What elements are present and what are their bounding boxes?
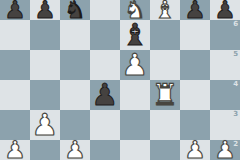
- square-c3[interactable]: [60, 110, 90, 140]
- square-f4[interactable]: ♜: [150, 80, 180, 110]
- square-c6[interactable]: [60, 20, 90, 50]
- square-h4[interactable]: 4: [210, 80, 240, 110]
- square-a4[interactable]: [0, 80, 30, 110]
- square-g2[interactable]: ♟: [180, 140, 210, 160]
- square-h2[interactable]: ♟2: [210, 140, 240, 160]
- square-a7[interactable]: ♟: [0, 0, 30, 20]
- square-e6[interactable]: ♝: [120, 20, 150, 50]
- square-h5[interactable]: 5: [210, 50, 240, 80]
- rank-label-5: 5: [233, 51, 238, 58]
- square-d6[interactable]: [90, 20, 120, 50]
- rank-label-2: 2: [233, 141, 238, 148]
- black-knight-icon: ♞: [64, 0, 86, 22]
- square-a3[interactable]: [0, 110, 30, 140]
- black-pawn-icon: ♟: [4, 0, 26, 22]
- white-pawn-icon: ♟: [184, 138, 206, 160]
- square-g4[interactable]: [180, 80, 210, 110]
- white-pawn-icon: ♟: [32, 110, 59, 140]
- square-h7[interactable]: ♟: [210, 0, 240, 20]
- square-d4[interactable]: ♟: [90, 80, 120, 110]
- square-c7[interactable]: ♞: [60, 0, 90, 20]
- square-a5[interactable]: [0, 50, 30, 80]
- square-e4[interactable]: [120, 80, 150, 110]
- black-pawn-icon: ♟: [34, 0, 56, 22]
- square-b3[interactable]: ♟: [30, 110, 60, 140]
- black-pawn-icon: ♟: [184, 0, 206, 22]
- white-bishop-icon: ♝: [154, 0, 176, 22]
- square-c2[interactable]: ♟: [60, 140, 90, 160]
- square-h3[interactable]: 3: [210, 110, 240, 140]
- chess-board: ♟♟♞♞♝♟♟♝6♟5♟♜4♟3♟♟♟♟2: [0, 0, 240, 160]
- square-f2[interactable]: [150, 140, 180, 160]
- square-a2[interactable]: ♟: [0, 140, 30, 160]
- square-f5[interactable]: [150, 50, 180, 80]
- square-g5[interactable]: [180, 50, 210, 80]
- square-b2[interactable]: [30, 140, 60, 160]
- black-pawn-icon: ♟: [92, 80, 119, 110]
- square-b4[interactable]: [30, 80, 60, 110]
- square-a6[interactable]: [0, 20, 30, 50]
- square-g7[interactable]: ♟: [180, 0, 210, 20]
- square-e7[interactable]: ♞: [120, 0, 150, 20]
- square-e5[interactable]: ♟: [120, 50, 150, 80]
- white-pawn-icon: ♟: [122, 50, 149, 80]
- square-f3[interactable]: [150, 110, 180, 140]
- rank-label-6: 6: [233, 21, 238, 28]
- black-pawn-icon: ♟: [214, 0, 236, 22]
- square-d2[interactable]: [90, 140, 120, 160]
- square-g3[interactable]: [180, 110, 210, 140]
- square-f6[interactable]: [150, 20, 180, 50]
- white-pawn-icon: ♟: [4, 138, 26, 160]
- white-pawn-icon: ♟: [64, 138, 86, 160]
- square-f7[interactable]: ♝: [150, 0, 180, 20]
- white-rook-icon: ♜: [152, 80, 179, 110]
- rank-label-4: 4: [233, 81, 238, 88]
- square-d3[interactable]: [90, 110, 120, 140]
- square-g6[interactable]: [180, 20, 210, 50]
- black-bishop-icon: ♝: [122, 20, 149, 50]
- square-b6[interactable]: [30, 20, 60, 50]
- square-c5[interactable]: [60, 50, 90, 80]
- white-knight-icon: ♞: [124, 0, 146, 22]
- white-pawn-icon: ♟: [214, 138, 236, 160]
- square-e3[interactable]: [120, 110, 150, 140]
- square-c4[interactable]: [60, 80, 90, 110]
- square-b7[interactable]: ♟: [30, 0, 60, 20]
- square-e2[interactable]: [120, 140, 150, 160]
- square-b5[interactable]: [30, 50, 60, 80]
- square-d5[interactable]: [90, 50, 120, 80]
- square-h6[interactable]: 6: [210, 20, 240, 50]
- rank-label-3: 3: [233, 111, 238, 118]
- square-d7[interactable]: [90, 0, 120, 20]
